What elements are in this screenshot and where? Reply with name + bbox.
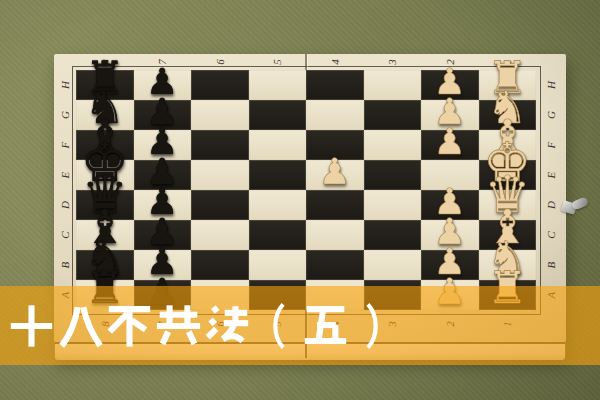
board-grid: ♜♟♟♜♞♟♟♞♝♟♟♝♚♟♟♚♛♟♟♛♝♟♟♝♞♟♟♞♜♟♟♜: [76, 70, 536, 310]
square-f5: [249, 130, 307, 160]
square-d6: [191, 190, 249, 220]
caption-banner: 十八不共法（五）: [0, 286, 600, 365]
banner-glyph-1: [57, 300, 104, 352]
file-label-right-D: D: [543, 197, 559, 213]
square-f1: ♝: [479, 130, 537, 160]
square-f8: ♝: [76, 130, 134, 160]
square-e2: [421, 160, 479, 190]
banner-glyph-0: [8, 300, 55, 352]
square-f3: [364, 130, 422, 160]
banner-glyph-2: [106, 300, 153, 352]
square-g6: [191, 100, 249, 130]
black-pawn-g7: ♟: [146, 94, 178, 130]
file-label-right-E: E: [543, 167, 559, 183]
square-c5: [249, 220, 307, 250]
file-label-left-B: B: [57, 257, 73, 273]
metal-latch-icon: [560, 196, 590, 220]
black-pawn-d7: ♟: [146, 184, 178, 220]
file-label-left-C: C: [57, 227, 73, 243]
file-label-right-B: B: [543, 257, 559, 273]
black-pawn-h7: ♟: [146, 64, 178, 100]
square-g5: [249, 100, 307, 130]
square-d1: ♛: [479, 190, 537, 220]
black-pawn-f7: ♟: [146, 124, 178, 160]
rank-label-top-1: 1: [499, 54, 515, 70]
square-b2: ♟: [421, 250, 479, 280]
file-label-left-D: D: [57, 197, 73, 213]
white-pawn-e4: ♟: [319, 154, 351, 190]
square-d8: ♛: [76, 190, 134, 220]
square-e7: ♟: [134, 160, 192, 190]
white-pawn-g2: ♟: [434, 94, 466, 130]
square-h1: ♜: [479, 70, 537, 100]
square-e1: ♚: [479, 160, 537, 190]
square-h8: ♜: [76, 70, 134, 100]
square-b7: ♟: [134, 250, 192, 280]
file-label-right-F: F: [543, 137, 559, 153]
square-c4: [306, 220, 364, 250]
square-h6: [191, 70, 249, 100]
square-c1: ♝: [479, 220, 537, 250]
black-pawn-b7: ♟: [146, 244, 178, 280]
square-c3: [364, 220, 422, 250]
white-pawn-b2: ♟: [434, 244, 466, 280]
square-e4: ♟: [306, 160, 364, 190]
square-g3: [364, 100, 422, 130]
file-label-left-E: E: [57, 167, 73, 183]
square-d4: [306, 190, 364, 220]
square-b8: ♞: [76, 250, 134, 280]
square-g2: ♟: [421, 100, 479, 130]
banner-glyph-3: [155, 300, 202, 352]
square-e5: [249, 160, 307, 190]
square-e6: [191, 160, 249, 190]
file-label-left-H: H: [57, 77, 73, 93]
banner-glyph-5: [253, 300, 300, 352]
square-c2: ♟: [421, 220, 479, 250]
square-h2: ♟: [421, 70, 479, 100]
rank-label-top-5: 5: [269, 54, 285, 70]
black-pawn-c7: ♟: [146, 214, 178, 250]
square-h7: ♟: [134, 70, 192, 100]
square-f6: [191, 130, 249, 160]
white-pawn-d2: ♟: [434, 184, 466, 220]
rank-label-top-6: 6: [212, 54, 228, 70]
square-h4: [306, 70, 364, 100]
square-e3: [364, 160, 422, 190]
square-b4: [306, 250, 364, 280]
black-pawn-e7: ♟: [146, 154, 178, 190]
square-d3: [364, 190, 422, 220]
square-f4: [306, 130, 364, 160]
square-g8: ♞: [76, 100, 134, 130]
square-f7: ♟: [134, 130, 192, 160]
white-pawn-h2: ♟: [434, 64, 466, 100]
square-g7: ♟: [134, 100, 192, 130]
square-c6: [191, 220, 249, 250]
square-d7: ♟: [134, 190, 192, 220]
square-e8: ♚: [76, 160, 134, 190]
file-label-left-F: F: [57, 137, 73, 153]
square-f2: ♟: [421, 130, 479, 160]
file-label-right-G: G: [543, 107, 559, 123]
rank-label-top-4: 4: [327, 54, 343, 70]
banner-glyph-7: [351, 300, 398, 352]
square-d5: [249, 190, 307, 220]
rank-label-top-7: 7: [154, 54, 170, 70]
square-h5: [249, 70, 307, 100]
square-h3: [364, 70, 422, 100]
rank-label-top-3: 3: [384, 54, 400, 70]
square-g1: ♞: [479, 100, 537, 130]
photo-scene: ♜♟♟♜♞♟♟♞♝♟♟♝♚♟♟♚♛♟♟♛♝♟♟♝♞♟♟♞♜♟♟♜ 8877665…: [0, 0, 600, 400]
file-label-left-G: G: [57, 107, 73, 123]
rank-label-top-8: 8: [97, 54, 113, 70]
white-pawn-f2: ♟: [434, 124, 466, 160]
square-b1: ♞: [479, 250, 537, 280]
banner-glyph-4: [204, 300, 251, 352]
square-g4: [306, 100, 364, 130]
square-b5: [249, 250, 307, 280]
banner-glyph-6: [302, 300, 349, 352]
file-label-right-H: H: [543, 77, 559, 93]
square-b6: [191, 250, 249, 280]
square-c8: ♝: [76, 220, 134, 250]
white-pawn-c2: ♟: [434, 214, 466, 250]
square-d2: ♟: [421, 190, 479, 220]
rank-label-top-2: 2: [442, 54, 458, 70]
square-b3: [364, 250, 422, 280]
file-label-right-C: C: [543, 227, 559, 243]
square-c7: ♟: [134, 220, 192, 250]
